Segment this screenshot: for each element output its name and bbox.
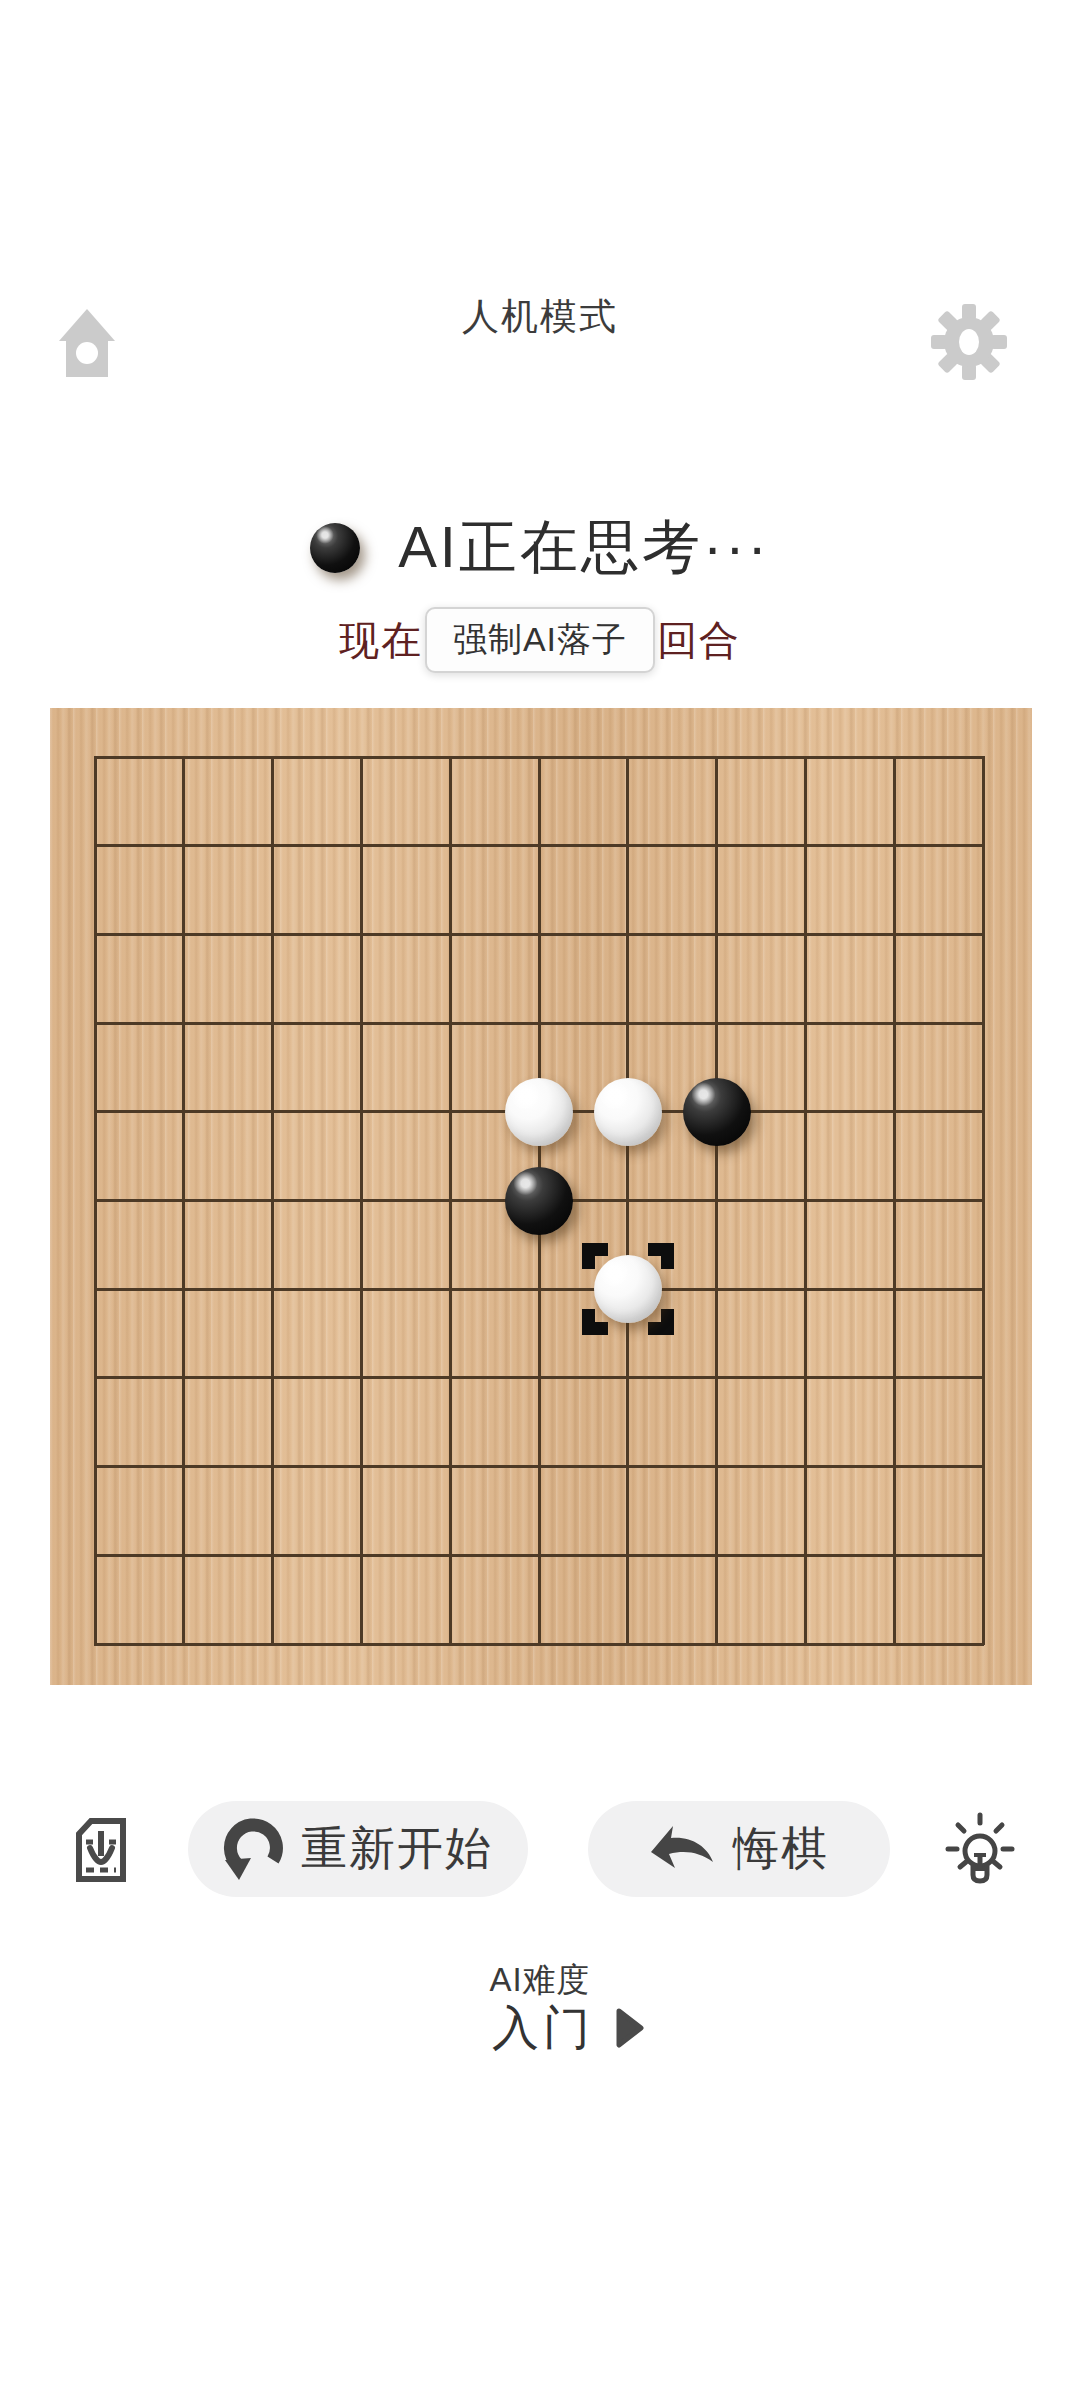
grid-line-horizontal [94, 1643, 984, 1646]
white-stone [505, 1078, 573, 1146]
grid-line-horizontal [94, 1288, 984, 1291]
board-grid [95, 757, 983, 1644]
black-stone [505, 1167, 573, 1235]
ai-difficulty-selector[interactable]: 入门 [0, 2000, 1080, 2056]
gomoku-board[interactable] [50, 708, 1032, 1685]
hint-lightbulb-icon [944, 1809, 1016, 1889]
status-row: AI正在思考··· [0, 506, 1080, 590]
page-title: 人机模式 [0, 292, 1080, 342]
grid-line-vertical [893, 756, 896, 1645]
save-record-icon [76, 1818, 126, 1882]
grid-line-horizontal [94, 1376, 984, 1379]
white-stone [594, 1255, 662, 1323]
gear-icon: (function(){ var g=document.getElementBy… [929, 302, 1009, 382]
turn-prefix: 现在 [339, 613, 423, 668]
undo-icon [649, 1824, 715, 1874]
restart-label: 重新开始 [301, 1818, 493, 1880]
grid-line-vertical [982, 756, 985, 1645]
undo-label: 悔棋 [733, 1818, 829, 1880]
hint-button[interactable] [944, 1809, 1016, 1889]
settings-button[interactable]: (function(){ var g=document.getElementBy… [929, 302, 1009, 382]
grid-line-horizontal [94, 1465, 984, 1468]
undo-button[interactable]: 悔棋 [588, 1801, 890, 1897]
turn-row: 现在 强制AI落子 回合 [0, 602, 1080, 678]
restart-button[interactable]: 重新开始 [188, 1801, 528, 1897]
ai-difficulty-value: 入门 [492, 1997, 594, 2060]
grid-line-horizontal [94, 1554, 984, 1557]
status-text: AI正在思考··· [398, 509, 770, 587]
turn-stone-black [310, 523, 360, 573]
force-ai-move-button[interactable]: 强制AI落子 [425, 607, 655, 673]
restart-icon [223, 1818, 283, 1880]
turn-suffix: 回合 [657, 613, 741, 668]
grid-line-vertical [715, 756, 718, 1645]
save-record-button[interactable] [76, 1818, 126, 1882]
black-stone [683, 1078, 751, 1146]
grid-line-vertical [626, 756, 629, 1645]
grid-line-vertical [804, 756, 807, 1645]
chevron-right-icon [616, 2008, 644, 2048]
white-stone [594, 1078, 662, 1146]
